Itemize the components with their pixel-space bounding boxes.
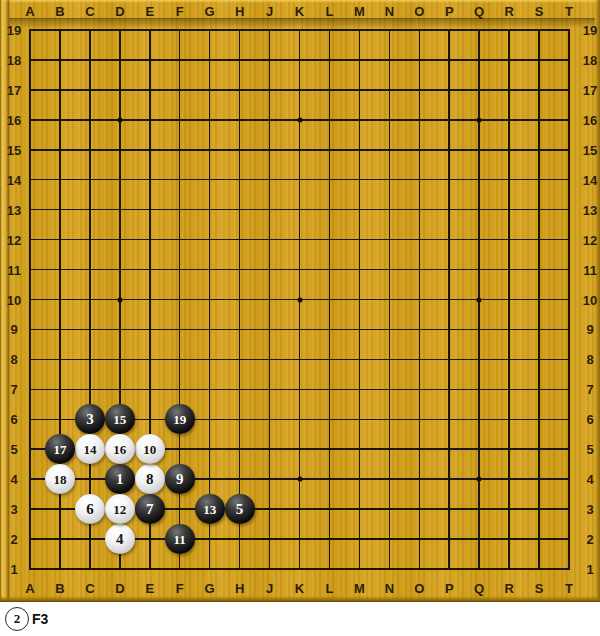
caption-white-stone-icon: 2 — [5, 607, 29, 631]
coord-label-left-1: 1 — [10, 562, 17, 577]
coord-label-bottom-N: N — [385, 581, 394, 596]
coord-label-top-N: N — [385, 4, 394, 19]
coord-label-top-K: K — [295, 4, 304, 19]
grid-line-vertical — [448, 29, 450, 570]
coord-label-top-G: G — [205, 4, 215, 19]
coord-label-left-7: 7 — [10, 382, 17, 397]
board-top-groove — [9, 18, 595, 28]
coord-label-left-3: 3 — [10, 502, 17, 517]
stone-white-16: 16 — [105, 434, 135, 464]
grid-line-vertical — [568, 29, 570, 570]
grid-line-vertical — [389, 29, 391, 570]
coord-label-right-8: 8 — [586, 352, 593, 367]
coord-label-top-F: F — [176, 4, 184, 19]
coord-label-right-3: 3 — [586, 502, 593, 517]
stone-black-3: 3 — [75, 404, 105, 434]
stone-move-number: 14 — [83, 443, 96, 456]
caption-move-number: 2 — [14, 611, 21, 627]
coord-label-bottom-K: K — [295, 581, 304, 596]
coord-label-right-18: 18 — [583, 52, 597, 67]
coord-label-top-E: E — [145, 4, 154, 19]
stone-move-number: 18 — [53, 473, 66, 486]
go-board: AABBCCDDEEFFGGHHJJKKLLMMNNOOPPQQRRSSTT19… — [0, 0, 600, 602]
grid-line-horizontal — [29, 359, 570, 361]
coord-label-left-16: 16 — [7, 112, 21, 127]
coord-label-bottom-A: A — [25, 581, 34, 596]
coord-label-bottom-R: R — [504, 581, 513, 596]
stone-move-number: 19 — [173, 413, 186, 426]
coord-label-top-Q: Q — [474, 4, 484, 19]
stone-move-number: 6 — [86, 502, 94, 517]
coord-label-left-19: 19 — [7, 23, 21, 38]
coord-label-bottom-G: G — [205, 581, 215, 596]
stone-black-17: 17 — [45, 434, 75, 464]
coord-label-right-4: 4 — [586, 472, 593, 487]
stone-black-19: 19 — [165, 404, 195, 434]
coord-label-bottom-M: M — [354, 581, 365, 596]
star-point — [477, 117, 482, 122]
coord-label-right-16: 16 — [583, 112, 597, 127]
stone-move-number: 8 — [146, 472, 154, 487]
grid-line-vertical — [508, 29, 510, 570]
coord-label-top-B: B — [55, 4, 64, 19]
stone-white-6: 6 — [75, 494, 105, 524]
coord-label-top-L: L — [325, 4, 333, 19]
coord-label-bottom-L: L — [325, 581, 333, 596]
coord-label-right-6: 6 — [586, 412, 593, 427]
coord-label-bottom-B: B — [55, 581, 64, 596]
coord-label-left-10: 10 — [7, 292, 21, 307]
stone-move-number: 15 — [113, 413, 126, 426]
stone-move-number: 12 — [113, 503, 126, 516]
stone-white-14: 14 — [75, 434, 105, 464]
stone-move-number: 4 — [116, 532, 124, 547]
coord-label-top-M: M — [354, 4, 365, 19]
coord-label-bottom-D: D — [115, 581, 124, 596]
stone-move-number: 16 — [113, 443, 126, 456]
grid-line-horizontal — [29, 329, 570, 331]
coord-label-bottom-T: T — [565, 581, 573, 596]
coord-label-right-10: 10 — [583, 292, 597, 307]
coord-label-left-12: 12 — [7, 232, 21, 247]
coord-label-top-S: S — [535, 4, 544, 19]
coord-label-right-1: 1 — [586, 562, 593, 577]
coord-label-left-11: 11 — [7, 262, 21, 277]
coord-label-top-O: O — [414, 4, 424, 19]
coord-label-top-J: J — [266, 4, 273, 19]
coord-label-left-18: 18 — [7, 52, 21, 67]
stone-white-10: 10 — [135, 434, 165, 464]
coord-label-bottom-J: J — [266, 581, 273, 596]
stone-move-number: 1 — [116, 472, 124, 487]
grid-line-vertical — [538, 29, 540, 570]
stone-black-11: 11 — [165, 524, 195, 554]
stone-black-7: 7 — [135, 494, 165, 524]
star-point — [297, 477, 302, 482]
caption-point-label: F3 — [32, 611, 48, 627]
star-point — [117, 117, 122, 122]
stone-white-12: 12 — [105, 494, 135, 524]
stone-move-number: 10 — [143, 443, 156, 456]
coord-label-bottom-H: H — [235, 581, 244, 596]
grid-line-horizontal — [29, 568, 570, 570]
coord-label-bottom-S: S — [535, 581, 544, 596]
caption: 2 F3 — [0, 602, 600, 636]
grid-line-vertical — [359, 29, 361, 570]
coord-label-left-15: 15 — [7, 142, 21, 157]
stone-white-4: 4 — [105, 524, 135, 554]
coord-label-right-15: 15 — [583, 142, 597, 157]
stone-white-18: 18 — [45, 464, 75, 494]
stone-move-number: 13 — [203, 503, 216, 516]
stone-move-number: 17 — [53, 443, 66, 456]
coord-label-bottom-Q: Q — [474, 581, 484, 596]
coord-label-bottom-C: C — [85, 581, 94, 596]
coord-label-right-13: 13 — [583, 202, 597, 217]
star-point — [117, 297, 122, 302]
coord-label-right-12: 12 — [583, 232, 597, 247]
coord-label-bottom-P: P — [445, 581, 454, 596]
coord-label-left-14: 14 — [7, 172, 21, 187]
coord-label-top-H: H — [235, 4, 244, 19]
coord-label-left-17: 17 — [7, 82, 21, 97]
coord-label-left-13: 13 — [7, 202, 21, 217]
coord-label-right-2: 2 — [586, 532, 593, 547]
coord-label-right-19: 19 — [583, 23, 597, 38]
coord-label-right-11: 11 — [583, 262, 597, 277]
coord-label-bottom-F: F — [176, 581, 184, 596]
coord-label-right-17: 17 — [583, 82, 597, 97]
stone-move-number: 7 — [146, 502, 154, 517]
coord-label-right-7: 7 — [586, 382, 593, 397]
coord-label-top-D: D — [115, 4, 124, 19]
stone-move-number: 9 — [176, 472, 184, 487]
coord-label-left-9: 9 — [10, 322, 17, 337]
coord-label-bottom-E: E — [145, 581, 154, 596]
stone-white-8: 8 — [135, 464, 165, 494]
stone-black-13: 13 — [195, 494, 225, 524]
coord-label-right-14: 14 — [583, 172, 597, 187]
coord-label-left-8: 8 — [10, 352, 17, 367]
coord-label-top-T: T — [565, 4, 573, 19]
stone-black-15: 15 — [105, 404, 135, 434]
coord-label-top-C: C — [85, 4, 94, 19]
coord-label-top-R: R — [504, 4, 513, 19]
star-point — [477, 477, 482, 482]
coord-label-left-5: 5 — [10, 442, 17, 457]
star-point — [477, 297, 482, 302]
coord-label-right-9: 9 — [586, 322, 593, 337]
star-point — [297, 117, 302, 122]
stone-move-number: 3 — [86, 412, 94, 427]
coord-label-bottom-O: O — [414, 581, 424, 596]
stone-black-9: 9 — [165, 464, 195, 494]
coord-label-top-P: P — [445, 4, 454, 19]
grid-line-vertical — [329, 29, 331, 570]
coord-label-right-5: 5 — [586, 442, 593, 457]
coord-label-top-A: A — [25, 4, 34, 19]
stone-move-number: 5 — [236, 502, 244, 517]
coord-label-left-2: 2 — [10, 532, 17, 547]
stone-move-number: 11 — [174, 533, 186, 546]
coord-label-left-4: 4 — [10, 472, 17, 487]
grid-line-vertical — [419, 29, 421, 570]
star-point — [297, 297, 302, 302]
stone-black-1: 1 — [105, 464, 135, 494]
grid-line-horizontal — [29, 389, 570, 391]
coord-label-left-6: 6 — [10, 412, 17, 427]
stone-black-5: 5 — [225, 494, 255, 524]
